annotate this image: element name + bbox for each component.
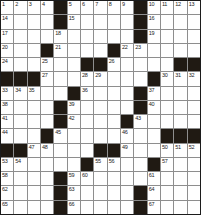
cell-r7c13[interactable] bbox=[161, 87, 173, 100]
cell-r3c5[interactable]: 18 bbox=[54, 30, 66, 43]
black-cell-r10c14 bbox=[174, 129, 186, 142]
cell-r12c4[interactable] bbox=[41, 158, 53, 171]
cell-r7c3[interactable]: 35 bbox=[28, 87, 40, 100]
clue-number: 42 bbox=[69, 115, 75, 121]
cell-r12c2[interactable]: 54 bbox=[14, 158, 26, 171]
cell-r4c13[interactable] bbox=[161, 44, 173, 57]
cell-r3c13[interactable] bbox=[161, 30, 173, 43]
cell-r7c9[interactable] bbox=[108, 87, 120, 100]
cell-r13c3[interactable] bbox=[28, 172, 40, 185]
cell-r9c11[interactable]: 43 bbox=[134, 115, 146, 128]
cell-r10c2[interactable] bbox=[14, 129, 26, 142]
black-cell-r15c11 bbox=[134, 201, 146, 214]
clue-number: 14 bbox=[2, 15, 8, 21]
black-cell-r10c15 bbox=[188, 129, 200, 142]
cell-r10c5[interactable]: 45 bbox=[54, 129, 66, 142]
cell-r2c2[interactable] bbox=[14, 15, 26, 28]
cell-r13c1[interactable]: 58 bbox=[1, 172, 13, 185]
cell-r3c4[interactable] bbox=[41, 30, 53, 43]
cell-r14c13[interactable] bbox=[161, 186, 173, 199]
cell-r1c9[interactable]: 8 bbox=[108, 1, 120, 14]
cell-r10c3[interactable] bbox=[28, 129, 40, 142]
clue-number: 31 bbox=[175, 72, 181, 78]
cell-r8c7[interactable] bbox=[81, 101, 93, 114]
black-cell-r5c7 bbox=[81, 58, 93, 71]
cell-r12c10[interactable] bbox=[121, 158, 133, 171]
cell-r12c3[interactable] bbox=[28, 158, 40, 171]
cell-r4c3[interactable] bbox=[28, 44, 40, 57]
cell-r1c12[interactable]: 10 bbox=[148, 1, 160, 14]
cell-r7c2[interactable]: 34 bbox=[14, 87, 26, 100]
clue-number: 2 bbox=[15, 1, 18, 7]
cell-r2c12[interactable]: 16 bbox=[148, 15, 160, 28]
cell-r4c5[interactable]: 21 bbox=[54, 44, 66, 57]
cell-r1c13[interactable]: 11 bbox=[161, 1, 173, 14]
cell-r13c12[interactable]: 61 bbox=[148, 172, 160, 185]
clue-number: 66 bbox=[69, 201, 75, 207]
cell-r9c3[interactable] bbox=[28, 115, 40, 128]
cell-r12c9[interactable]: 56 bbox=[108, 158, 120, 171]
cell-r14c9[interactable] bbox=[108, 186, 120, 199]
cell-r8c14[interactable] bbox=[174, 101, 186, 114]
cell-r6c5[interactable] bbox=[54, 72, 66, 85]
cell-r3c12[interactable]: 19 bbox=[148, 30, 160, 43]
clue-number: 35 bbox=[29, 87, 35, 93]
cell-r1c7[interactable]: 6 bbox=[81, 1, 93, 14]
clue-number: 19 bbox=[149, 30, 155, 36]
cell-r12c13[interactable]: 57 bbox=[161, 158, 173, 171]
cell-r12c5[interactable] bbox=[54, 158, 66, 171]
cell-r15c2[interactable] bbox=[14, 201, 26, 214]
clue-number: 53 bbox=[2, 158, 8, 164]
cell-r3c7[interactable] bbox=[81, 30, 93, 43]
cell-r4c6[interactable] bbox=[68, 44, 80, 57]
cell-r11c4[interactable]: 48 bbox=[41, 144, 53, 157]
black-cell-r12c12 bbox=[148, 158, 160, 171]
cell-r11c12[interactable] bbox=[148, 144, 160, 157]
cell-r11c3[interactable]: 47 bbox=[28, 144, 40, 157]
clue-number: 6 bbox=[82, 1, 85, 7]
black-cell-r8c11 bbox=[134, 101, 146, 114]
cell-r11c7[interactable] bbox=[81, 144, 93, 157]
clue-number: 52 bbox=[189, 144, 195, 150]
cell-r2c6[interactable]: 15 bbox=[68, 15, 80, 28]
cell-r10c1[interactable]: 44 bbox=[1, 129, 13, 142]
cell-r3c14[interactable] bbox=[174, 30, 186, 43]
cell-r6c8[interactable]: 29 bbox=[94, 72, 106, 85]
cell-r13c4[interactable] bbox=[41, 172, 53, 185]
cell-r11c6[interactable] bbox=[68, 144, 80, 157]
cell-r1c4[interactable]: 4 bbox=[41, 1, 53, 14]
cell-r6c11[interactable] bbox=[134, 72, 146, 85]
cell-r10c6[interactable] bbox=[68, 129, 80, 142]
cell-r5c2[interactable] bbox=[14, 58, 26, 71]
clue-number: 44 bbox=[2, 129, 8, 135]
cell-r14c3[interactable] bbox=[28, 186, 40, 199]
cell-r13c13[interactable] bbox=[161, 172, 173, 185]
black-cell-r7c11 bbox=[134, 87, 146, 100]
cell-r9c14[interactable] bbox=[174, 115, 186, 128]
cell-r4c2[interactable] bbox=[14, 44, 26, 57]
cell-r1c10[interactable]: 9 bbox=[121, 1, 133, 14]
crossword-grid: 1234567891011121314151617181920212223242… bbox=[0, 0, 201, 215]
clue-number: 34 bbox=[15, 87, 21, 93]
cell-r4c14[interactable] bbox=[174, 44, 186, 57]
cell-r9c9[interactable] bbox=[108, 115, 120, 128]
clue-number: 7 bbox=[95, 1, 98, 7]
cell-r3c3[interactable] bbox=[28, 30, 40, 43]
cell-r14c7[interactable] bbox=[81, 186, 93, 199]
clue-number: 26 bbox=[109, 58, 115, 64]
cell-r11c11[interactable] bbox=[134, 144, 146, 157]
clue-number: 40 bbox=[149, 101, 155, 107]
cell-r6c9[interactable] bbox=[108, 72, 120, 85]
clue-number: 37 bbox=[149, 87, 155, 93]
clue-number: 33 bbox=[2, 87, 8, 93]
cell-r4c15[interactable] bbox=[188, 44, 200, 57]
clue-number: 56 bbox=[109, 158, 115, 164]
clue-number: 51 bbox=[175, 144, 181, 150]
black-cell-r9c10 bbox=[121, 115, 133, 128]
black-cell-r13c5 bbox=[54, 172, 66, 185]
cell-r15c4[interactable] bbox=[41, 201, 53, 214]
black-cell-r15c5 bbox=[54, 201, 66, 214]
black-cell-r6c2 bbox=[14, 72, 26, 85]
cell-r8c8[interactable] bbox=[94, 101, 106, 114]
cell-r11c5[interactable] bbox=[54, 144, 66, 157]
cell-r15c9[interactable] bbox=[108, 201, 120, 214]
cell-r1c14[interactable]: 12 bbox=[174, 1, 186, 14]
clue-number: 32 bbox=[189, 72, 195, 78]
clue-number: 47 bbox=[29, 144, 35, 150]
black-cell-r5c15 bbox=[188, 58, 200, 71]
clue-number: 48 bbox=[42, 144, 48, 150]
cell-r1c15[interactable]: 13 bbox=[188, 1, 200, 14]
cell-r5c9[interactable]: 26 bbox=[108, 58, 120, 71]
cell-r1c8[interactable]: 7 bbox=[94, 1, 106, 14]
cell-r3c1[interactable]: 17 bbox=[1, 30, 13, 43]
cell-r14c14[interactable] bbox=[174, 186, 186, 199]
black-cell-r8c5 bbox=[54, 101, 66, 114]
clue-number: 12 bbox=[175, 1, 181, 7]
clue-number: 10 bbox=[149, 1, 155, 7]
black-cell-r9c5 bbox=[54, 115, 66, 128]
cell-r7c8[interactable] bbox=[94, 87, 106, 100]
black-cell-r10c13 bbox=[161, 129, 173, 142]
black-cell-r5c8 bbox=[94, 58, 106, 71]
clue-number: 24 bbox=[2, 58, 8, 64]
black-cell-r2c11 bbox=[134, 15, 146, 28]
black-cell-r7c6 bbox=[68, 87, 80, 100]
cell-r10c8[interactable] bbox=[94, 129, 106, 142]
clue-number: 17 bbox=[2, 30, 8, 36]
cell-r8c3[interactable] bbox=[28, 101, 40, 114]
black-cell-r11c8 bbox=[94, 144, 106, 157]
clue-number: 28 bbox=[82, 72, 88, 78]
clue-number: 55 bbox=[95, 158, 101, 164]
cell-r7c14[interactable] bbox=[174, 87, 186, 100]
cell-r8c4[interactable] bbox=[41, 101, 53, 114]
clue-number: 39 bbox=[69, 101, 75, 107]
cell-r2c14[interactable] bbox=[174, 15, 186, 28]
cell-r4c10[interactable]: 22 bbox=[121, 44, 133, 57]
cell-r14c10[interactable] bbox=[121, 186, 133, 199]
cell-r13c8[interactable] bbox=[94, 172, 106, 185]
clue-number: 22 bbox=[122, 44, 128, 50]
clue-number: 18 bbox=[55, 30, 61, 36]
cell-r6c7[interactable]: 28 bbox=[81, 72, 93, 85]
cell-r5c10[interactable] bbox=[121, 58, 133, 71]
cell-r13c10[interactable] bbox=[121, 172, 133, 185]
cell-r8c12[interactable]: 40 bbox=[148, 101, 160, 114]
clue-number: 27 bbox=[42, 72, 48, 78]
cell-r8c9[interactable] bbox=[108, 101, 120, 114]
cell-r3c2[interactable] bbox=[14, 30, 26, 43]
cell-r9c6[interactable]: 42 bbox=[68, 115, 80, 128]
cell-r8c1[interactable]: 38 bbox=[1, 101, 13, 114]
cell-r14c1[interactable]: 62 bbox=[1, 186, 13, 199]
cell-r8c6[interactable]: 39 bbox=[68, 101, 80, 114]
black-cell-r1c5 bbox=[54, 1, 66, 14]
cell-r2c4[interactable] bbox=[41, 15, 53, 28]
cell-r14c8[interactable] bbox=[94, 186, 106, 199]
black-cell-r6c3 bbox=[28, 72, 40, 85]
cell-r10c12[interactable] bbox=[148, 129, 160, 142]
cell-r2c13[interactable] bbox=[161, 15, 173, 28]
cell-r15c1[interactable]: 65 bbox=[1, 201, 13, 214]
cell-r12c6[interactable] bbox=[68, 158, 80, 171]
clue-number: 3 bbox=[29, 1, 32, 7]
cell-r9c2[interactable] bbox=[14, 115, 26, 128]
clue-number: 4 bbox=[42, 1, 45, 7]
black-cell-r14c11 bbox=[134, 186, 146, 199]
cell-r10c7[interactable] bbox=[81, 129, 93, 142]
cell-r4c7[interactable] bbox=[81, 44, 93, 57]
cell-r8c2[interactable] bbox=[14, 101, 26, 114]
cell-r7c15[interactable] bbox=[188, 87, 200, 100]
clue-number: 58 bbox=[2, 172, 8, 178]
clue-number: 43 bbox=[135, 115, 141, 121]
cell-r14c6[interactable]: 63 bbox=[68, 186, 80, 199]
black-cell-r12c7 bbox=[81, 158, 93, 171]
cell-r4c1[interactable]: 20 bbox=[1, 44, 13, 57]
black-cell-r2c5 bbox=[54, 15, 66, 28]
clue-number: 36 bbox=[82, 87, 88, 93]
cell-r4c8[interactable] bbox=[94, 44, 106, 57]
cell-r5c11[interactable] bbox=[134, 58, 146, 71]
cell-r12c11[interactable] bbox=[134, 158, 146, 171]
clue-number: 20 bbox=[2, 44, 8, 50]
cell-r2c10[interactable] bbox=[121, 15, 133, 28]
cell-r15c15[interactable] bbox=[188, 201, 200, 214]
cell-r9c12[interactable] bbox=[148, 115, 160, 128]
cell-r7c10[interactable] bbox=[121, 87, 133, 100]
cell-r2c3[interactable] bbox=[28, 15, 40, 28]
cell-r13c14[interactable] bbox=[174, 172, 186, 185]
clue-number: 45 bbox=[55, 129, 61, 135]
cell-r9c1[interactable]: 41 bbox=[1, 115, 13, 128]
clue-number: 54 bbox=[15, 158, 21, 164]
black-cell-r1c11 bbox=[134, 1, 146, 14]
clue-number: 64 bbox=[149, 186, 155, 192]
cell-r5c6[interactable] bbox=[68, 58, 80, 71]
clue-number: 61 bbox=[149, 172, 155, 178]
black-cell-r3c11 bbox=[134, 30, 146, 43]
cell-r11c15[interactable]: 52 bbox=[188, 144, 200, 157]
cell-r7c12[interactable]: 37 bbox=[148, 87, 160, 100]
cell-r2c15[interactable] bbox=[188, 15, 200, 28]
clue-number: 38 bbox=[2, 101, 8, 107]
cell-r15c10[interactable] bbox=[121, 201, 133, 214]
cell-r15c12[interactable]: 67 bbox=[148, 201, 160, 214]
black-cell-r11c9 bbox=[108, 144, 120, 157]
cell-r14c2[interactable] bbox=[14, 186, 26, 199]
cell-r9c15[interactable] bbox=[188, 115, 200, 128]
cell-r13c7[interactable]: 60 bbox=[81, 172, 93, 185]
cell-r2c8[interactable] bbox=[94, 15, 106, 28]
cell-r10c9[interactable] bbox=[108, 129, 120, 142]
black-cell-r11c1 bbox=[1, 144, 13, 157]
cell-r6c6[interactable] bbox=[68, 72, 80, 85]
black-cell-r5c14 bbox=[174, 58, 186, 71]
clue-number: 63 bbox=[69, 186, 75, 192]
cell-r15c3[interactable] bbox=[28, 201, 40, 214]
clue-number: 11 bbox=[162, 1, 167, 7]
cell-r13c6[interactable]: 59 bbox=[68, 172, 80, 185]
cell-r2c1[interactable]: 14 bbox=[1, 15, 13, 28]
clue-number: 1 bbox=[2, 1, 5, 7]
cell-r12c8[interactable]: 55 bbox=[94, 158, 106, 171]
clue-number: 23 bbox=[135, 44, 141, 50]
cell-r13c11[interactable] bbox=[134, 172, 146, 185]
black-cell-r4c9 bbox=[108, 44, 120, 57]
clue-number: 49 bbox=[122, 144, 128, 150]
cell-r9c4[interactable] bbox=[41, 115, 53, 128]
cell-r6c14[interactable]: 31 bbox=[174, 72, 186, 85]
cell-r15c13[interactable] bbox=[161, 201, 173, 214]
cell-r9c13[interactable] bbox=[161, 115, 173, 128]
cell-r13c9[interactable] bbox=[108, 172, 120, 185]
clue-number: 13 bbox=[189, 1, 195, 7]
cell-r1c2[interactable]: 2 bbox=[14, 1, 26, 14]
black-cell-r6c12 bbox=[148, 72, 160, 85]
cell-r14c4[interactable] bbox=[41, 186, 53, 199]
cell-r5c12[interactable] bbox=[148, 58, 160, 71]
cell-r6c4[interactable]: 27 bbox=[41, 72, 53, 85]
black-cell-r6c1 bbox=[1, 72, 13, 85]
cell-r5c1[interactable]: 24 bbox=[1, 58, 13, 71]
cell-r7c7[interactable]: 36 bbox=[81, 87, 93, 100]
cell-r2c7[interactable] bbox=[81, 15, 93, 28]
clue-number: 50 bbox=[162, 144, 168, 150]
cell-r1c3[interactable]: 3 bbox=[28, 1, 40, 14]
clue-number: 5 bbox=[69, 1, 72, 7]
cell-r4c11[interactable]: 23 bbox=[134, 44, 146, 57]
cell-r3c9[interactable] bbox=[108, 30, 120, 43]
cell-r9c8[interactable] bbox=[94, 115, 106, 128]
cell-r7c5[interactable] bbox=[54, 87, 66, 100]
cell-r6c15[interactable]: 32 bbox=[188, 72, 200, 85]
black-cell-r14c5 bbox=[54, 186, 66, 199]
cell-r1c6[interactable]: 5 bbox=[68, 1, 80, 14]
cell-r14c12[interactable]: 64 bbox=[148, 186, 160, 199]
clue-number: 41 bbox=[2, 115, 8, 121]
cell-r15c7[interactable] bbox=[81, 201, 93, 214]
cell-r4c12[interactable] bbox=[148, 44, 160, 57]
cell-r11c13[interactable]: 50 bbox=[161, 144, 173, 157]
cell-r9c7[interactable] bbox=[81, 115, 93, 128]
cell-r14c15[interactable] bbox=[188, 186, 200, 199]
cell-r13c15[interactable] bbox=[188, 172, 200, 185]
cell-r5c4[interactable]: 25 bbox=[41, 58, 53, 71]
black-cell-r10c4 bbox=[41, 129, 53, 142]
clue-number: 30 bbox=[162, 72, 168, 78]
cell-r8c13[interactable] bbox=[161, 101, 173, 114]
cell-r12c15[interactable] bbox=[188, 158, 200, 171]
black-cell-r11c2 bbox=[14, 144, 26, 157]
cell-r11c14[interactable]: 51 bbox=[174, 144, 186, 157]
cell-r5c3[interactable] bbox=[28, 58, 40, 71]
clue-number: 57 bbox=[162, 158, 168, 164]
cell-r15c14[interactable] bbox=[174, 201, 186, 214]
cell-r12c14[interactable] bbox=[174, 158, 186, 171]
clue-number: 60 bbox=[82, 172, 88, 178]
cell-r11c10[interactable]: 49 bbox=[121, 144, 133, 157]
clue-number: 16 bbox=[149, 15, 155, 21]
cell-r10c10[interactable]: 46 bbox=[121, 129, 133, 142]
clue-number: 21 bbox=[55, 44, 61, 50]
cell-r15c8[interactable] bbox=[94, 201, 106, 214]
clue-number: 59 bbox=[69, 172, 75, 178]
clue-number: 25 bbox=[42, 58, 48, 64]
clue-number: 9 bbox=[122, 1, 125, 7]
cell-r7c1[interactable]: 33 bbox=[1, 87, 13, 100]
clue-number: 8 bbox=[109, 1, 112, 7]
cell-r3c10[interactable] bbox=[121, 30, 133, 43]
cell-r8c10[interactable] bbox=[121, 101, 133, 114]
cell-r5c5[interactable] bbox=[54, 58, 66, 71]
cell-r6c10[interactable] bbox=[121, 72, 133, 85]
cell-r8c15[interactable] bbox=[188, 101, 200, 114]
clue-number: 46 bbox=[122, 129, 128, 135]
clue-number: 67 bbox=[149, 201, 155, 207]
cell-r3c15[interactable] bbox=[188, 30, 200, 43]
cell-r2c9[interactable] bbox=[108, 15, 120, 28]
black-cell-r4c4 bbox=[41, 44, 53, 57]
cell-r5c13[interactable] bbox=[161, 58, 173, 71]
cell-r6c13[interactable]: 30 bbox=[161, 72, 173, 85]
clue-number: 65 bbox=[2, 201, 8, 207]
clue-number: 29 bbox=[95, 72, 101, 78]
cell-r3c8[interactable] bbox=[94, 30, 106, 43]
cell-r10c11[interactable] bbox=[134, 129, 146, 142]
cell-r7c4[interactable] bbox=[41, 87, 53, 100]
cell-r13c2[interactable] bbox=[14, 172, 26, 185]
cell-r12c1[interactable]: 53 bbox=[1, 158, 13, 171]
cell-r15c6[interactable]: 66 bbox=[68, 201, 80, 214]
clue-number: 62 bbox=[2, 186, 8, 192]
clue-number: 15 bbox=[69, 15, 75, 21]
cell-r1c1[interactable]: 1 bbox=[1, 1, 13, 14]
cell-r3c6[interactable] bbox=[68, 30, 80, 43]
